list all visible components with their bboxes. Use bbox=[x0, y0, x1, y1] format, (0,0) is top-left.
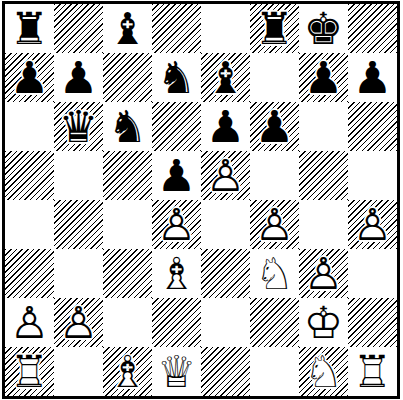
chess-board: ♜♜♝♝♜♜♚♚♟♟♟♟♞♞♝♝♟♟♟♟♛♛♞♞♟♟♟♟♟♟♟♙♟♙♟♙♟♙♝♗… bbox=[5, 4, 397, 396]
square-f6[interactable]: ♟♟ bbox=[250, 102, 299, 151]
square-c2[interactable] bbox=[103, 298, 152, 347]
black-rook: ♜♜ bbox=[250, 4, 299, 53]
square-d5[interactable]: ♟♟ bbox=[152, 151, 201, 200]
square-c8[interactable]: ♝♝ bbox=[103, 4, 152, 53]
piece-glyph: ♙ bbox=[250, 200, 299, 249]
white-bishop: ♝♗ bbox=[103, 347, 152, 396]
square-h8[interactable] bbox=[348, 4, 397, 53]
piece-glyph: ♙ bbox=[348, 200, 397, 249]
white-rook: ♜♖ bbox=[348, 347, 397, 396]
white-queen: ♛♕ bbox=[152, 347, 201, 396]
square-d1[interactable]: ♛♕ bbox=[152, 347, 201, 396]
square-h7[interactable]: ♟♟ bbox=[348, 53, 397, 102]
white-pawn: ♟♙ bbox=[299, 249, 348, 298]
square-a2[interactable]: ♟♙ bbox=[5, 298, 54, 347]
white-pawn: ♟♙ bbox=[250, 200, 299, 249]
white-pawn: ♟♙ bbox=[152, 200, 201, 249]
piece-glyph: ♟ bbox=[54, 53, 103, 102]
piece-glyph: ♙ bbox=[299, 249, 348, 298]
square-h6[interactable] bbox=[348, 102, 397, 151]
square-g6[interactable] bbox=[299, 102, 348, 151]
white-pawn: ♟♙ bbox=[54, 298, 103, 347]
square-b5[interactable] bbox=[54, 151, 103, 200]
black-pawn: ♟♟ bbox=[250, 102, 299, 151]
piece-glyph: ♜ bbox=[250, 4, 299, 53]
white-pawn: ♟♙ bbox=[5, 298, 54, 347]
square-g2[interactable]: ♚♔ bbox=[299, 298, 348, 347]
square-c6[interactable]: ♞♞ bbox=[103, 102, 152, 151]
piece-glyph: ♙ bbox=[54, 298, 103, 347]
square-b4[interactable] bbox=[54, 200, 103, 249]
black-pawn: ♟♟ bbox=[152, 151, 201, 200]
piece-glyph: ♝ bbox=[103, 4, 152, 53]
square-f7[interactable] bbox=[250, 53, 299, 102]
square-d4[interactable]: ♟♙ bbox=[152, 200, 201, 249]
square-d6[interactable] bbox=[152, 102, 201, 151]
piece-glyph: ♞ bbox=[103, 102, 152, 151]
square-d7[interactable]: ♞♞ bbox=[152, 53, 201, 102]
square-a3[interactable] bbox=[5, 249, 54, 298]
piece-glyph: ♟ bbox=[299, 53, 348, 102]
square-e5[interactable]: ♟♙ bbox=[201, 151, 250, 200]
square-g3[interactable]: ♟♙ bbox=[299, 249, 348, 298]
square-h1[interactable]: ♜♖ bbox=[348, 347, 397, 396]
square-d2[interactable] bbox=[152, 298, 201, 347]
piece-glyph: ♝ bbox=[201, 53, 250, 102]
piece-glyph: ♟ bbox=[152, 151, 201, 200]
square-c1[interactable]: ♝♗ bbox=[103, 347, 152, 396]
black-pawn: ♟♟ bbox=[348, 53, 397, 102]
chess-board-frame: ♜♜♝♝♜♜♚♚♟♟♟♟♞♞♝♝♟♟♟♟♛♛♞♞♟♟♟♟♟♟♟♙♟♙♟♙♟♙♝♗… bbox=[2, 1, 400, 399]
piece-glyph: ♗ bbox=[103, 347, 152, 396]
white-knight: ♞♘ bbox=[250, 249, 299, 298]
piece-glyph: ♟ bbox=[348, 53, 397, 102]
square-a1[interactable]: ♜♖ bbox=[5, 347, 54, 396]
square-b6[interactable]: ♛♛ bbox=[54, 102, 103, 151]
square-e1[interactable] bbox=[201, 347, 250, 396]
black-knight: ♞♞ bbox=[103, 102, 152, 151]
square-e8[interactable] bbox=[201, 4, 250, 53]
square-e7[interactable]: ♝♝ bbox=[201, 53, 250, 102]
square-f2[interactable] bbox=[250, 298, 299, 347]
piece-glyph: ♟ bbox=[5, 53, 54, 102]
black-knight: ♞♞ bbox=[152, 53, 201, 102]
piece-glyph: ♟ bbox=[201, 102, 250, 151]
square-c5[interactable] bbox=[103, 151, 152, 200]
piece-glyph: ♖ bbox=[5, 347, 54, 396]
piece-glyph: ♔ bbox=[299, 298, 348, 347]
black-king: ♚♚ bbox=[299, 4, 348, 53]
black-pawn: ♟♟ bbox=[299, 53, 348, 102]
square-e4[interactable] bbox=[201, 200, 250, 249]
square-b1[interactable] bbox=[54, 347, 103, 396]
square-a6[interactable] bbox=[5, 102, 54, 151]
square-a7[interactable]: ♟♟ bbox=[5, 53, 54, 102]
square-b3[interactable] bbox=[54, 249, 103, 298]
piece-glyph: ♕ bbox=[152, 347, 201, 396]
piece-glyph: ♗ bbox=[152, 249, 201, 298]
square-g4[interactable] bbox=[299, 200, 348, 249]
piece-glyph: ♚ bbox=[299, 4, 348, 53]
square-c4[interactable] bbox=[103, 200, 152, 249]
square-h2[interactable] bbox=[348, 298, 397, 347]
square-h5[interactable] bbox=[348, 151, 397, 200]
square-e6[interactable]: ♟♟ bbox=[201, 102, 250, 151]
piece-glyph: ♛ bbox=[54, 102, 103, 151]
black-pawn: ♟♟ bbox=[5, 53, 54, 102]
square-b8[interactable] bbox=[54, 4, 103, 53]
white-bishop: ♝♗ bbox=[152, 249, 201, 298]
square-h4[interactable]: ♟♙ bbox=[348, 200, 397, 249]
square-c7[interactable] bbox=[103, 53, 152, 102]
square-d8[interactable] bbox=[152, 4, 201, 53]
piece-glyph: ♘ bbox=[299, 347, 348, 396]
white-rook: ♜♖ bbox=[5, 347, 54, 396]
piece-glyph: ♖ bbox=[348, 347, 397, 396]
piece-glyph: ♘ bbox=[250, 249, 299, 298]
piece-glyph: ♙ bbox=[152, 200, 201, 249]
square-f4[interactable]: ♟♙ bbox=[250, 200, 299, 249]
square-b2[interactable]: ♟♙ bbox=[54, 298, 103, 347]
square-c3[interactable] bbox=[103, 249, 152, 298]
white-pawn: ♟♙ bbox=[201, 151, 250, 200]
white-pawn: ♟♙ bbox=[348, 200, 397, 249]
piece-glyph: ♟ bbox=[250, 102, 299, 151]
square-b7[interactable]: ♟♟ bbox=[54, 53, 103, 102]
square-h3[interactable] bbox=[348, 249, 397, 298]
square-g7[interactable]: ♟♟ bbox=[299, 53, 348, 102]
piece-glyph: ♞ bbox=[152, 53, 201, 102]
black-pawn: ♟♟ bbox=[201, 102, 250, 151]
piece-glyph: ♙ bbox=[5, 298, 54, 347]
black-bishop: ♝♝ bbox=[103, 4, 152, 53]
black-queen: ♛♛ bbox=[54, 102, 103, 151]
square-a4[interactable] bbox=[5, 200, 54, 249]
square-a5[interactable] bbox=[5, 151, 54, 200]
piece-glyph: ♜ bbox=[5, 4, 54, 53]
square-g5[interactable] bbox=[299, 151, 348, 200]
black-bishop: ♝♝ bbox=[201, 53, 250, 102]
square-g1[interactable]: ♞♘ bbox=[299, 347, 348, 396]
square-e2[interactable] bbox=[201, 298, 250, 347]
square-a8[interactable]: ♜♜ bbox=[5, 4, 54, 53]
black-pawn: ♟♟ bbox=[54, 53, 103, 102]
white-king: ♚♔ bbox=[299, 298, 348, 347]
square-f8[interactable]: ♜♜ bbox=[250, 4, 299, 53]
piece-glyph: ♙ bbox=[201, 151, 250, 200]
square-e3[interactable] bbox=[201, 249, 250, 298]
white-knight: ♞♘ bbox=[299, 347, 348, 396]
square-f5[interactable] bbox=[250, 151, 299, 200]
square-f1[interactable] bbox=[250, 347, 299, 396]
black-rook: ♜♜ bbox=[5, 4, 54, 53]
square-d3[interactable]: ♝♗ bbox=[152, 249, 201, 298]
square-f3[interactable]: ♞♘ bbox=[250, 249, 299, 298]
square-g8[interactable]: ♚♚ bbox=[299, 4, 348, 53]
